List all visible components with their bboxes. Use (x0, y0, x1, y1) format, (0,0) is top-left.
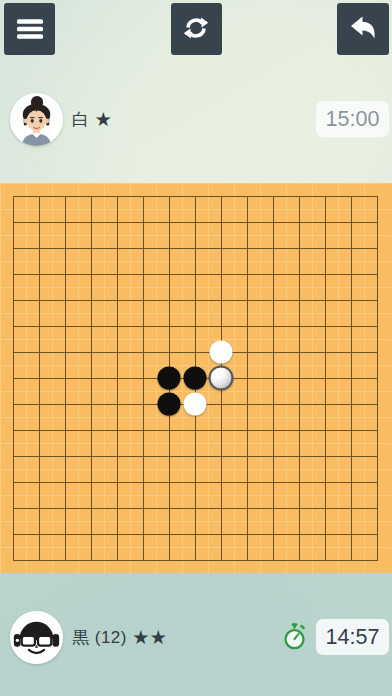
board-cell[interactable] (52, 469, 78, 495)
board-cell[interactable] (130, 365, 156, 391)
toolbar (4, 3, 389, 55)
board-cell[interactable] (156, 209, 182, 235)
board-cell[interactable] (260, 391, 286, 417)
board-cell[interactable] (78, 443, 104, 469)
board-cell[interactable] (52, 209, 78, 235)
board-cell[interactable] (234, 313, 260, 339)
board-cell[interactable] (26, 495, 52, 521)
board-cell[interactable] (338, 235, 364, 261)
board-cell[interactable] (260, 287, 286, 313)
board-cell[interactable] (260, 183, 286, 209)
board-cell[interactable] (338, 391, 364, 417)
board-cell[interactable] (26, 365, 52, 391)
board-cell[interactable] (26, 443, 52, 469)
board-cell[interactable] (182, 547, 208, 573)
board-cell[interactable] (156, 313, 182, 339)
board-cell[interactable] (78, 547, 104, 573)
restart-button[interactable] (171, 3, 222, 55)
board-cell[interactable] (312, 417, 338, 443)
board-cell[interactable] (52, 495, 78, 521)
board-cell[interactable] (0, 521, 26, 547)
board-cell[interactable] (104, 287, 130, 313)
board-cell[interactable] (338, 339, 364, 365)
black-player-label: 黒 (12) ★★ (72, 626, 167, 649)
board-cell[interactable] (182, 183, 208, 209)
board-cell[interactable] (312, 469, 338, 495)
board-cell[interactable] (104, 495, 130, 521)
board-cell[interactable] (364, 417, 390, 443)
board-cell[interactable] (234, 183, 260, 209)
board-cell[interactable] (104, 313, 130, 339)
board-cell[interactable] (104, 209, 130, 235)
board-cell[interactable] (26, 261, 52, 287)
board-cell[interactable] (130, 313, 156, 339)
board-cell[interactable] (182, 313, 208, 339)
board-cell[interactable] (286, 443, 312, 469)
board-cell[interactable] (26, 417, 52, 443)
board-cell[interactable] (312, 261, 338, 287)
board-cell[interactable] (78, 183, 104, 209)
board-cell[interactable] (312, 365, 338, 391)
board-cell[interactable] (234, 521, 260, 547)
board-cell[interactable] (0, 417, 26, 443)
board-cell[interactable] (0, 235, 26, 261)
board-cell[interactable] (208, 391, 234, 417)
board-cell[interactable] (156, 183, 182, 209)
board-cell[interactable] (156, 417, 182, 443)
board-cell[interactable] (26, 339, 52, 365)
board-cell[interactable] (104, 391, 130, 417)
board-cell[interactable] (0, 365, 26, 391)
board-cell[interactable] (234, 261, 260, 287)
white-player-timer: 15:00 (316, 101, 389, 137)
stopwatch-icon (283, 622, 306, 652)
board-cell[interactable] (364, 339, 390, 365)
board-cell[interactable] (0, 339, 26, 365)
board-cell[interactable] (26, 235, 52, 261)
board-cell[interactable] (286, 183, 312, 209)
board-cell[interactable] (130, 547, 156, 573)
undo-arrow-icon (348, 13, 378, 46)
board-cell[interactable] (260, 209, 286, 235)
board-cell[interactable] (312, 183, 338, 209)
undo-button[interactable] (337, 3, 389, 55)
board-cell[interactable] (234, 443, 260, 469)
board-cell[interactable] (286, 287, 312, 313)
woman-with-bun-icon (10, 93, 63, 146)
board-cell[interactable] (312, 313, 338, 339)
board-cell[interactable] (208, 209, 234, 235)
board-cell[interactable] (338, 261, 364, 287)
stone-white (210, 341, 233, 364)
board-cell[interactable] (182, 261, 208, 287)
board-cell[interactable] (0, 313, 26, 339)
board-cell[interactable] (260, 261, 286, 287)
board-cell[interactable] (182, 209, 208, 235)
board-cell[interactable] (130, 209, 156, 235)
board-cell[interactable] (130, 417, 156, 443)
board-cell[interactable] (182, 287, 208, 313)
board-cell[interactable] (130, 339, 156, 365)
board-cell[interactable] (208, 469, 234, 495)
board-cell[interactable] (0, 443, 26, 469)
board-cell[interactable] (156, 495, 182, 521)
board-cell[interactable] (104, 417, 130, 443)
black-player-avatar (10, 611, 63, 664)
board-cell[interactable] (0, 495, 26, 521)
board-cell[interactable] (130, 287, 156, 313)
board-cell[interactable] (208, 287, 234, 313)
board-grid (0, 183, 390, 573)
board-cell[interactable] (364, 547, 390, 573)
board-cell[interactable] (78, 365, 104, 391)
board-cell[interactable] (364, 443, 390, 469)
board-cell[interactable] (312, 521, 338, 547)
board-cell[interactable] (0, 391, 26, 417)
board-cell[interactable] (78, 313, 104, 339)
board-cell[interactable] (208, 521, 234, 547)
board-cell[interactable] (260, 547, 286, 573)
board-cell[interactable] (52, 443, 78, 469)
board-cell[interactable] (52, 547, 78, 573)
board-cell[interactable] (104, 183, 130, 209)
board-cell[interactable] (78, 235, 104, 261)
board-cell[interactable] (52, 365, 78, 391)
board-cell[interactable] (104, 261, 130, 287)
board-cell[interactable] (312, 391, 338, 417)
board-cell[interactable] (234, 339, 260, 365)
board-cell[interactable] (130, 391, 156, 417)
board-cell[interactable] (52, 287, 78, 313)
board-cell[interactable] (208, 547, 234, 573)
board-cell[interactable] (338, 495, 364, 521)
board-cell[interactable] (26, 469, 52, 495)
board-cell[interactable] (78, 417, 104, 443)
board-cell[interactable] (78, 469, 104, 495)
board-cell[interactable] (130, 235, 156, 261)
board-cell[interactable] (156, 521, 182, 547)
board-cell[interactable] (338, 443, 364, 469)
board-cell[interactable] (312, 495, 338, 521)
board-cell[interactable] (338, 287, 364, 313)
board-cell[interactable] (208, 443, 234, 469)
stone-black (184, 367, 207, 390)
board-cell[interactable] (78, 521, 104, 547)
board-cell[interactable] (0, 547, 26, 573)
board-cell[interactable] (130, 261, 156, 287)
board-cell[interactable] (260, 339, 286, 365)
board[interactable] (0, 183, 392, 573)
board-cell[interactable] (364, 287, 390, 313)
board-cell[interactable] (78, 287, 104, 313)
board-cell[interactable] (286, 209, 312, 235)
board-cell[interactable] (156, 365, 182, 391)
board-cell[interactable] (312, 209, 338, 235)
board-cell[interactable] (338, 365, 364, 391)
board-cell[interactable] (234, 469, 260, 495)
board-cell[interactable] (182, 495, 208, 521)
board-cell[interactable] (156, 443, 182, 469)
board-cell[interactable] (234, 235, 260, 261)
board-cell[interactable] (364, 495, 390, 521)
player-black-row: 黒 (12) ★★ 14:57 (0, 610, 392, 664)
board-cell[interactable] (208, 235, 234, 261)
board-cell[interactable] (0, 261, 26, 287)
board-cell[interactable] (338, 521, 364, 547)
board-cell[interactable] (364, 261, 390, 287)
board-cell[interactable] (208, 183, 234, 209)
board-cell[interactable] (0, 469, 26, 495)
board-cell[interactable] (182, 417, 208, 443)
board-cell[interactable] (182, 235, 208, 261)
board-cell[interactable] (286, 365, 312, 391)
menu-button[interactable] (4, 3, 55, 55)
board-cell[interactable] (26, 183, 52, 209)
board-cell[interactable] (104, 521, 130, 547)
board-cell[interactable] (26, 287, 52, 313)
board-cell[interactable] (364, 365, 390, 391)
board-cell[interactable] (338, 417, 364, 443)
board-cell[interactable] (26, 521, 52, 547)
board-cell[interactable] (338, 469, 364, 495)
board-cell[interactable] (156, 235, 182, 261)
board-cell[interactable] (364, 209, 390, 235)
board-cell[interactable] (52, 235, 78, 261)
black-player-timer: 14:57 (316, 619, 389, 655)
board-cell[interactable] (364, 235, 390, 261)
board-cell[interactable] (260, 521, 286, 547)
board-cell[interactable] (260, 235, 286, 261)
stone-black (158, 393, 181, 416)
board-cell[interactable] (312, 339, 338, 365)
board-cell[interactable] (286, 417, 312, 443)
board-cell[interactable] (0, 209, 26, 235)
board-cell[interactable] (338, 313, 364, 339)
board-cell[interactable] (130, 495, 156, 521)
board-cell[interactable] (234, 391, 260, 417)
board-cell[interactable] (234, 547, 260, 573)
board-cell[interactable] (234, 365, 260, 391)
white-player-label: 白 ★ (72, 108, 112, 131)
board-cell[interactable] (130, 443, 156, 469)
board-cell[interactable] (78, 209, 104, 235)
board-cell[interactable] (286, 495, 312, 521)
board-cell[interactable] (52, 261, 78, 287)
board-cell[interactable] (182, 365, 208, 391)
sync-arrows-icon (181, 13, 211, 46)
board-cell[interactable] (312, 287, 338, 313)
board-cell[interactable] (364, 521, 390, 547)
board-cell[interactable] (312, 547, 338, 573)
board-cell[interactable] (104, 365, 130, 391)
board-cell[interactable] (208, 495, 234, 521)
board-cell[interactable] (52, 391, 78, 417)
board-cell[interactable] (104, 235, 130, 261)
board-cell[interactable] (260, 495, 286, 521)
board-cell[interactable] (182, 469, 208, 495)
board-cell[interactable] (26, 547, 52, 573)
board-cell[interactable] (364, 183, 390, 209)
board-cell[interactable] (234, 209, 260, 235)
board-cell[interactable] (156, 339, 182, 365)
board-cell[interactable] (52, 183, 78, 209)
board-cell[interactable] (156, 391, 182, 417)
board-cell[interactable] (78, 261, 104, 287)
board-cell[interactable] (104, 339, 130, 365)
board-cell[interactable] (312, 443, 338, 469)
board-cell[interactable] (182, 443, 208, 469)
board-cell[interactable] (286, 235, 312, 261)
board-cell[interactable] (208, 261, 234, 287)
board-cell[interactable] (364, 391, 390, 417)
stone-white (184, 393, 207, 416)
board-cell[interactable] (26, 209, 52, 235)
board-cell[interactable] (338, 209, 364, 235)
stone-white-last-move (209, 366, 234, 391)
board-cell[interactable] (26, 391, 52, 417)
board-cell[interactable] (286, 547, 312, 573)
board-cell[interactable] (52, 521, 78, 547)
board-cell[interactable] (130, 521, 156, 547)
board-cell[interactable] (286, 391, 312, 417)
board-cell[interactable] (286, 339, 312, 365)
board-cell[interactable] (234, 495, 260, 521)
board-cell[interactable] (130, 183, 156, 209)
hamburger-menu-icon (15, 13, 45, 46)
board-cell[interactable] (104, 469, 130, 495)
board-cell[interactable] (156, 547, 182, 573)
board-cell[interactable] (260, 313, 286, 339)
board-cell[interactable] (78, 495, 104, 521)
board-cell[interactable] (182, 391, 208, 417)
board-cell[interactable] (338, 183, 364, 209)
board-cell[interactable] (104, 547, 130, 573)
board-cell[interactable] (26, 313, 52, 339)
board-cell[interactable] (182, 339, 208, 365)
board-cell[interactable] (78, 391, 104, 417)
board-cell[interactable] (364, 469, 390, 495)
board-cell[interactable] (0, 287, 26, 313)
board-cell[interactable] (0, 183, 26, 209)
player-white-row: 白 ★ 15:00 (0, 92, 392, 146)
board-cell[interactable] (260, 443, 286, 469)
board-cell[interactable] (286, 261, 312, 287)
board-cell[interactable] (104, 443, 130, 469)
stone-black (158, 367, 181, 390)
board-cell[interactable] (260, 365, 286, 391)
app-screen: 白 ★ 15:00 黒 (12) ★★ (0, 0, 392, 696)
board-cell[interactable] (364, 313, 390, 339)
board-cell[interactable] (286, 469, 312, 495)
board-cell[interactable] (338, 547, 364, 573)
board-cell[interactable] (52, 417, 78, 443)
board-cell[interactable] (286, 521, 312, 547)
board-cell[interactable] (182, 521, 208, 547)
board-cell[interactable] (52, 339, 78, 365)
board-cell[interactable] (78, 339, 104, 365)
board-cell[interactable] (156, 261, 182, 287)
board-cell[interactable] (234, 287, 260, 313)
board-cell[interactable] (312, 235, 338, 261)
board-cell[interactable] (130, 469, 156, 495)
board-cell[interactable] (260, 469, 286, 495)
board-cell[interactable] (234, 417, 260, 443)
board-cell[interactable] (208, 313, 234, 339)
board-cell[interactable] (52, 313, 78, 339)
board-cell[interactable] (286, 313, 312, 339)
board-cell[interactable] (260, 417, 286, 443)
board-cell[interactable] (208, 417, 234, 443)
board-cell[interactable] (156, 287, 182, 313)
board-cell[interactable] (208, 339, 234, 365)
board-cell[interactable] (156, 469, 182, 495)
boy-with-glasses-icon (10, 611, 63, 664)
white-player-avatar (10, 93, 63, 146)
board-cell[interactable] (208, 365, 234, 391)
